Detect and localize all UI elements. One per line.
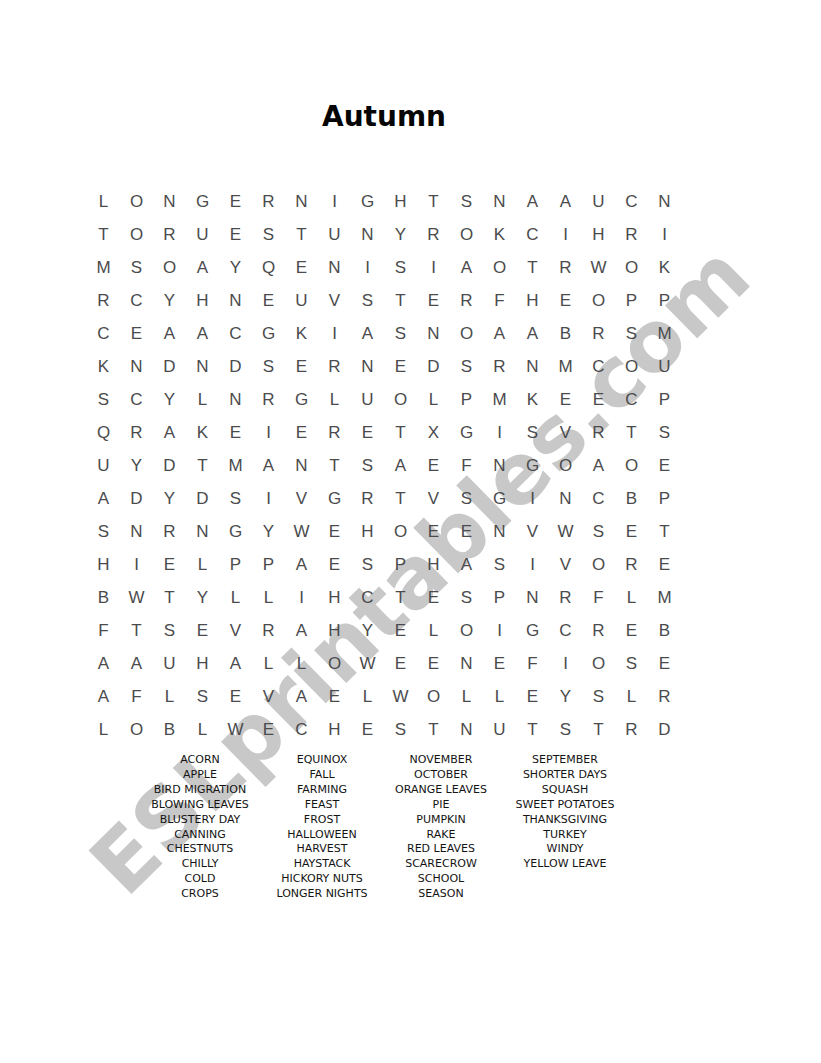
word-list-item: YELLOW LEAVE bbox=[485, 857, 645, 872]
grid-cell: E bbox=[219, 218, 252, 251]
grid-cell: D bbox=[120, 482, 153, 515]
grid-cell: T bbox=[417, 185, 450, 218]
grid-cell: N bbox=[351, 350, 384, 383]
grid-cell: V bbox=[417, 482, 450, 515]
grid-cell: O bbox=[120, 713, 153, 746]
grid-cell: U bbox=[285, 284, 318, 317]
grid-cell: H bbox=[318, 581, 351, 614]
grid-cell: K bbox=[285, 317, 318, 350]
grid-cell: T bbox=[582, 713, 615, 746]
grid-cell: A bbox=[153, 317, 186, 350]
grid-cell: A bbox=[87, 647, 120, 680]
worksheet-page: ESLprintables.com Autumn LONGERNIGHTSNAA… bbox=[0, 0, 821, 1063]
grid-cell: W bbox=[351, 647, 384, 680]
grid-cell: V bbox=[516, 515, 549, 548]
grid-cell: Y bbox=[384, 218, 417, 251]
grid-cell: N bbox=[153, 185, 186, 218]
grid-cell: C bbox=[582, 350, 615, 383]
grid-cell: A bbox=[186, 251, 219, 284]
grid-cell: M bbox=[219, 449, 252, 482]
grid-cell: C bbox=[351, 581, 384, 614]
grid-cell: C bbox=[120, 383, 153, 416]
grid-cell: V bbox=[549, 548, 582, 581]
grid-cell: P bbox=[648, 284, 681, 317]
grid-cell: Y bbox=[549, 680, 582, 713]
grid-cell: E bbox=[285, 251, 318, 284]
grid-cell: Y bbox=[153, 284, 186, 317]
grid-cell: T bbox=[516, 713, 549, 746]
grid-cell: A bbox=[120, 647, 153, 680]
grid-cell: R bbox=[549, 251, 582, 284]
grid-cell: O bbox=[384, 515, 417, 548]
grid-cell: G bbox=[186, 185, 219, 218]
grid-cell: R bbox=[318, 416, 351, 449]
grid-cell: S bbox=[648, 416, 681, 449]
grid-cell: T bbox=[384, 284, 417, 317]
grid-cell: T bbox=[417, 713, 450, 746]
grid-cell: U bbox=[351, 383, 384, 416]
word-list-item: WINDY bbox=[485, 842, 645, 857]
grid-cell: G bbox=[450, 416, 483, 449]
grid-cell: G bbox=[516, 614, 549, 647]
grid-cell: V bbox=[549, 416, 582, 449]
grid-cell: O bbox=[615, 449, 648, 482]
grid-cell: K bbox=[186, 416, 219, 449]
grid-cell: K bbox=[87, 350, 120, 383]
grid-cell: A bbox=[285, 548, 318, 581]
grid-cell: I bbox=[483, 614, 516, 647]
grid-cell: A bbox=[549, 185, 582, 218]
grid-cell: E bbox=[252, 284, 285, 317]
grid-cell: E bbox=[153, 548, 186, 581]
grid-cell: E bbox=[516, 680, 549, 713]
grid-cell: L bbox=[615, 680, 648, 713]
grid-cell: A bbox=[483, 317, 516, 350]
grid-cell: N bbox=[516, 581, 549, 614]
grid-cell: F bbox=[87, 614, 120, 647]
grid-cell: L bbox=[87, 713, 120, 746]
grid-cell: W bbox=[582, 251, 615, 284]
grid-cell: A bbox=[516, 317, 549, 350]
word-list-item: SHORTER DAYS bbox=[485, 768, 645, 783]
grid-cell: A bbox=[87, 482, 120, 515]
grid-cell: I bbox=[516, 482, 549, 515]
grid-cell: R bbox=[252, 185, 285, 218]
grid-cell: S bbox=[450, 350, 483, 383]
grid-cell: R bbox=[615, 218, 648, 251]
grid-cell: E bbox=[384, 614, 417, 647]
grid-cell: E bbox=[648, 647, 681, 680]
grid-cell: X bbox=[417, 416, 450, 449]
grid-cell: G bbox=[252, 317, 285, 350]
grid-cell: T bbox=[285, 218, 318, 251]
grid-cell: A bbox=[582, 449, 615, 482]
grid-cell: U bbox=[582, 185, 615, 218]
grid-cell: O bbox=[615, 251, 648, 284]
grid-cell: B bbox=[615, 482, 648, 515]
grid-cell: A bbox=[285, 614, 318, 647]
grid-cell: R bbox=[582, 317, 615, 350]
grid-cell: A bbox=[516, 185, 549, 218]
word-list-item: SEPTEMBER bbox=[485, 753, 645, 768]
grid-cell: U bbox=[318, 218, 351, 251]
grid-cell: H bbox=[186, 284, 219, 317]
grid-cell: E bbox=[417, 581, 450, 614]
grid-cell: L bbox=[186, 713, 219, 746]
grid-cell: N bbox=[648, 185, 681, 218]
grid-cell: N bbox=[549, 482, 582, 515]
grid-cell: R bbox=[615, 713, 648, 746]
grid-cell: Y bbox=[219, 251, 252, 284]
grid-cell: E bbox=[417, 647, 450, 680]
grid-cell: K bbox=[648, 251, 681, 284]
puzzle-title: Autumn bbox=[87, 100, 681, 133]
grid-cell: W bbox=[384, 680, 417, 713]
grid-cell: O bbox=[450, 218, 483, 251]
grid-cell: S bbox=[153, 614, 186, 647]
grid-cell: D bbox=[186, 482, 219, 515]
grid-cell: I bbox=[252, 482, 285, 515]
word-list-item: THANKSGIVING bbox=[485, 813, 645, 828]
grid-cell: R bbox=[153, 515, 186, 548]
grid-cell: G bbox=[219, 515, 252, 548]
grid-cell: G bbox=[318, 482, 351, 515]
grid-cell: R bbox=[153, 218, 186, 251]
grid-cell: C bbox=[549, 614, 582, 647]
grid-cell: H bbox=[186, 647, 219, 680]
grid-cell: T bbox=[384, 482, 417, 515]
grid-cell: N bbox=[219, 284, 252, 317]
grid-cell: G bbox=[516, 449, 549, 482]
grid-cell: S bbox=[351, 548, 384, 581]
grid-cell: R bbox=[252, 383, 285, 416]
grid-cell: G bbox=[285, 383, 318, 416]
grid-cell: E bbox=[351, 713, 384, 746]
grid-cell: O bbox=[483, 251, 516, 284]
grid-cell: I bbox=[549, 647, 582, 680]
grid-cell: E bbox=[219, 680, 252, 713]
grid-cell: E bbox=[186, 614, 219, 647]
grid-cell: C bbox=[285, 713, 318, 746]
grid-cell: U bbox=[648, 350, 681, 383]
grid-cell: E bbox=[351, 416, 384, 449]
grid-cell: C bbox=[615, 383, 648, 416]
grid-cell: M bbox=[648, 317, 681, 350]
grid-cell: E bbox=[615, 515, 648, 548]
grid-cell: P bbox=[648, 482, 681, 515]
grid-cell: S bbox=[351, 284, 384, 317]
grid-cell: F bbox=[483, 284, 516, 317]
grid-cell: T bbox=[516, 251, 549, 284]
grid-cell: S bbox=[549, 713, 582, 746]
grid-cell: E bbox=[549, 284, 582, 317]
grid-cell: S bbox=[582, 680, 615, 713]
grid-cell: W bbox=[219, 713, 252, 746]
grid-cell: R bbox=[549, 581, 582, 614]
grid-cell: F bbox=[516, 647, 549, 680]
grid-cell: L bbox=[219, 581, 252, 614]
grid-cell: R bbox=[450, 284, 483, 317]
grid-cell: I bbox=[351, 251, 384, 284]
grid-cell: L bbox=[318, 383, 351, 416]
grid-cell: P bbox=[219, 548, 252, 581]
grid-cell: L bbox=[252, 581, 285, 614]
grid-cell: O bbox=[582, 548, 615, 581]
grid-cell: E bbox=[120, 317, 153, 350]
grid-cell: A bbox=[87, 680, 120, 713]
grid-cell: M bbox=[648, 581, 681, 614]
grid-cell: L bbox=[417, 614, 450, 647]
grid-cell: B bbox=[87, 581, 120, 614]
grid-cell: B bbox=[549, 317, 582, 350]
grid-cell: B bbox=[153, 713, 186, 746]
grid-cell: A bbox=[186, 317, 219, 350]
grid-cell: Y bbox=[186, 581, 219, 614]
grid-cell: O bbox=[417, 680, 450, 713]
grid-cell: K bbox=[483, 218, 516, 251]
grid-cell: L bbox=[252, 647, 285, 680]
grid-cell: N bbox=[516, 350, 549, 383]
grid-cell: H bbox=[582, 218, 615, 251]
grid-cell: O bbox=[120, 185, 153, 218]
grid-cell: L bbox=[417, 383, 450, 416]
grid-cell: S bbox=[516, 416, 549, 449]
grid-cell: U bbox=[186, 218, 219, 251]
grid-cell: N bbox=[120, 515, 153, 548]
grid-cell: A bbox=[285, 680, 318, 713]
grid-cell: I bbox=[318, 185, 351, 218]
grid-cell: A bbox=[384, 449, 417, 482]
grid-cell: E bbox=[417, 449, 450, 482]
grid-cell: N bbox=[186, 515, 219, 548]
grid-cell: F bbox=[582, 581, 615, 614]
word-list-item: SQUASH bbox=[485, 783, 645, 798]
grid-cell: M bbox=[549, 350, 582, 383]
grid-cell: M bbox=[483, 383, 516, 416]
grid-cell: E bbox=[285, 350, 318, 383]
grid-cell: N bbox=[483, 185, 516, 218]
grid-cell: G bbox=[351, 185, 384, 218]
grid-cell: I bbox=[483, 416, 516, 449]
grid-cell: S bbox=[87, 515, 120, 548]
grid-cell: I bbox=[516, 548, 549, 581]
grid-cell: Q bbox=[252, 251, 285, 284]
grid-cell: N bbox=[483, 515, 516, 548]
grid-cell: L bbox=[351, 680, 384, 713]
word-list-item: TURKEY bbox=[485, 828, 645, 843]
grid-cell: P bbox=[252, 548, 285, 581]
grid-cell: O bbox=[450, 317, 483, 350]
grid-cell: O bbox=[318, 647, 351, 680]
grid-cell: R bbox=[483, 350, 516, 383]
grid-cell: O bbox=[384, 383, 417, 416]
grid-cell: E bbox=[417, 284, 450, 317]
grid-cell: L bbox=[483, 680, 516, 713]
grid-cell: O bbox=[582, 647, 615, 680]
grid-cell: E bbox=[483, 647, 516, 680]
grid-cell: T bbox=[87, 218, 120, 251]
grid-cell: A bbox=[351, 317, 384, 350]
grid-cell: W bbox=[120, 581, 153, 614]
grid-cell: L bbox=[450, 680, 483, 713]
grid-cell: H bbox=[384, 185, 417, 218]
grid-cell: L bbox=[153, 680, 186, 713]
grid-cell: T bbox=[615, 416, 648, 449]
grid-cell: R bbox=[120, 416, 153, 449]
grid-cell: E bbox=[648, 548, 681, 581]
grid-cell: R bbox=[648, 680, 681, 713]
grid-cell: S bbox=[219, 482, 252, 515]
grid-cell: B bbox=[648, 614, 681, 647]
grid-cell: R bbox=[351, 482, 384, 515]
grid-cell: L bbox=[186, 548, 219, 581]
word-list-item: SCHOOL bbox=[361, 872, 521, 887]
grid-cell: O bbox=[549, 449, 582, 482]
grid-cell: R bbox=[318, 350, 351, 383]
grid-cell: T bbox=[186, 449, 219, 482]
grid-cell: Y bbox=[153, 383, 186, 416]
grid-cell: T bbox=[648, 515, 681, 548]
grid-cell: M bbox=[87, 251, 120, 284]
grid-cell: F bbox=[120, 680, 153, 713]
word-list-item: SEASON bbox=[361, 887, 521, 902]
grid-cell: O bbox=[615, 350, 648, 383]
grid-cell: S bbox=[450, 581, 483, 614]
grid-cell: L bbox=[615, 581, 648, 614]
grid-cell: S bbox=[186, 680, 219, 713]
grid-cell: A bbox=[252, 449, 285, 482]
grid-cell: N bbox=[285, 449, 318, 482]
grid-cell: C bbox=[582, 482, 615, 515]
grid-cell: E bbox=[318, 515, 351, 548]
grid-cell: S bbox=[483, 548, 516, 581]
grid-cell: S bbox=[384, 713, 417, 746]
grid-cell: N bbox=[120, 350, 153, 383]
grid-cell: O bbox=[120, 218, 153, 251]
grid-cell: H bbox=[351, 515, 384, 548]
grid-cell: S bbox=[351, 449, 384, 482]
grid-cell: E bbox=[582, 383, 615, 416]
grid-cell: R bbox=[582, 416, 615, 449]
grid-cell: E bbox=[450, 515, 483, 548]
grid-cell: V bbox=[252, 680, 285, 713]
grid-cell: S bbox=[252, 350, 285, 383]
grid-cell: E bbox=[648, 449, 681, 482]
grid-cell: R bbox=[87, 284, 120, 317]
grid-cell: H bbox=[516, 284, 549, 317]
grid-cell: E bbox=[318, 680, 351, 713]
grid-cell: T bbox=[153, 581, 186, 614]
grid-cell: I bbox=[318, 317, 351, 350]
grid-cell: A bbox=[219, 647, 252, 680]
grid-cell: D bbox=[153, 449, 186, 482]
grid-cell: A bbox=[450, 251, 483, 284]
grid-cell: S bbox=[450, 185, 483, 218]
grid-cell: I bbox=[120, 548, 153, 581]
grid-cell: E bbox=[549, 383, 582, 416]
grid-cell: S bbox=[120, 251, 153, 284]
grid-cell: U bbox=[87, 449, 120, 482]
grid-cell: U bbox=[153, 647, 186, 680]
grid-cell: C bbox=[87, 317, 120, 350]
grid-cell: W bbox=[549, 515, 582, 548]
grid-cell: E bbox=[384, 350, 417, 383]
grid-cell: L bbox=[87, 185, 120, 218]
grid-cell: C bbox=[120, 284, 153, 317]
grid-cell: I bbox=[285, 581, 318, 614]
grid-cell: Y bbox=[153, 482, 186, 515]
grid-cell: D bbox=[153, 350, 186, 383]
grid-cell: O bbox=[450, 614, 483, 647]
grid-cell: V bbox=[318, 284, 351, 317]
grid-cell: N bbox=[450, 713, 483, 746]
grid-cell: I bbox=[252, 416, 285, 449]
letter-grid: LONGERNIGHTSNAAUCNTORUESTUNYROKCIHRIMSOA… bbox=[87, 185, 681, 746]
grid-cell: N bbox=[483, 449, 516, 482]
grid-cell: N bbox=[219, 383, 252, 416]
grid-cell: S bbox=[252, 218, 285, 251]
grid-cell: E bbox=[318, 548, 351, 581]
grid-cell: P bbox=[648, 383, 681, 416]
grid-cell: Y bbox=[351, 614, 384, 647]
grid-cell: C bbox=[615, 185, 648, 218]
grid-cell: I bbox=[417, 251, 450, 284]
grid-cell: S bbox=[450, 482, 483, 515]
grid-cell: N bbox=[186, 350, 219, 383]
grid-cell: C bbox=[516, 218, 549, 251]
grid-cell: E bbox=[285, 416, 318, 449]
grid-cell: Y bbox=[120, 449, 153, 482]
grid-cell: O bbox=[582, 284, 615, 317]
grid-cell: T bbox=[120, 614, 153, 647]
grid-cell: S bbox=[615, 317, 648, 350]
grid-cell: P bbox=[615, 284, 648, 317]
grid-cell: E bbox=[252, 713, 285, 746]
grid-cell: A bbox=[153, 416, 186, 449]
grid-cell: E bbox=[384, 647, 417, 680]
grid-cell: R bbox=[252, 614, 285, 647]
word-list-item: SWEET POTATOES bbox=[485, 798, 645, 813]
grid-cell: E bbox=[615, 614, 648, 647]
grid-cell: D bbox=[417, 350, 450, 383]
grid-cell: P bbox=[450, 383, 483, 416]
grid-cell: V bbox=[285, 482, 318, 515]
grid-cell: S bbox=[384, 317, 417, 350]
word-list-column-4: SEPTEMBERSHORTER DAYSSQUASHSWEET POTATOE… bbox=[485, 753, 645, 872]
grid-cell: N bbox=[318, 251, 351, 284]
grid-cell: O bbox=[153, 251, 186, 284]
grid-cell: L bbox=[285, 647, 318, 680]
grid-cell: F bbox=[450, 449, 483, 482]
grid-cell: S bbox=[87, 383, 120, 416]
grid-cell: V bbox=[219, 614, 252, 647]
grid-cell: I bbox=[648, 218, 681, 251]
grid-cell: Q bbox=[87, 416, 120, 449]
grid-cell: N bbox=[417, 317, 450, 350]
grid-cell: D bbox=[648, 713, 681, 746]
grid-cell: T bbox=[384, 581, 417, 614]
grid-cell: E bbox=[417, 515, 450, 548]
grid-cell: H bbox=[318, 713, 351, 746]
grid-cell: T bbox=[318, 449, 351, 482]
grid-cell: P bbox=[483, 581, 516, 614]
grid-cell: S bbox=[582, 515, 615, 548]
grid-cell: I bbox=[549, 218, 582, 251]
grid-cell: N bbox=[450, 647, 483, 680]
grid-cell: P bbox=[384, 548, 417, 581]
grid-cell: U bbox=[483, 713, 516, 746]
grid-cell: T bbox=[384, 416, 417, 449]
